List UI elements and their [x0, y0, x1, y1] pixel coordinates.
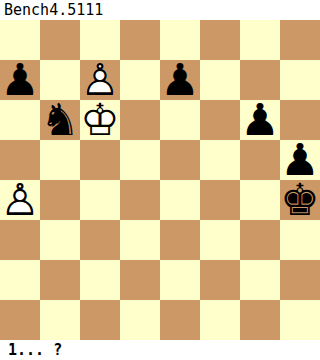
square-e2[interactable] — [160, 260, 200, 300]
square-b5[interactable] — [40, 140, 80, 180]
black-knight: ♞ — [40, 100, 80, 140]
square-b1[interactable] — [40, 300, 80, 340]
square-h5[interactable]: ♟ — [280, 140, 320, 180]
square-f1[interactable] — [200, 300, 240, 340]
square-e5[interactable] — [160, 140, 200, 180]
page-title: Bench4.5111 — [4, 1, 103, 19]
white-king-fill: ♚ — [80, 100, 120, 140]
square-d7[interactable] — [120, 60, 160, 100]
square-h1[interactable] — [280, 300, 320, 340]
square-d2[interactable] — [120, 260, 160, 300]
square-g7[interactable] — [240, 60, 280, 100]
black-pawn: ♟ — [160, 60, 200, 100]
square-a2[interactable] — [0, 260, 40, 300]
square-a6[interactable] — [0, 100, 40, 140]
chess-board: ♟♟♙♟♞♚♔♟♟♟♙♚ — [0, 20, 320, 340]
square-a4[interactable]: ♟♙ — [0, 180, 40, 220]
square-h2[interactable] — [280, 260, 320, 300]
square-c4[interactable] — [80, 180, 120, 220]
square-c8[interactable] — [80, 20, 120, 60]
square-e4[interactable] — [160, 180, 200, 220]
white-pawn: ♙ — [80, 60, 120, 100]
black-king: ♚ — [280, 180, 320, 220]
chess-benchmark-window: Bench4.5111 ♟♟♙♟♞♚♔♟♟♟♙♚ 1... ? — [0, 0, 320, 360]
black-pawn: ♟ — [0, 60, 40, 100]
square-f4[interactable] — [200, 180, 240, 220]
square-h7[interactable] — [280, 60, 320, 100]
square-h3[interactable] — [280, 220, 320, 260]
square-c5[interactable] — [80, 140, 120, 180]
square-f7[interactable] — [200, 60, 240, 100]
square-h8[interactable] — [280, 20, 320, 60]
square-b3[interactable] — [40, 220, 80, 260]
square-a8[interactable] — [0, 20, 40, 60]
square-b6[interactable]: ♞ — [40, 100, 80, 140]
square-h6[interactable] — [280, 100, 320, 140]
square-b8[interactable] — [40, 20, 80, 60]
square-a5[interactable] — [0, 140, 40, 180]
square-b2[interactable] — [40, 260, 80, 300]
square-g6[interactable]: ♟ — [240, 100, 280, 140]
move-prompt: 1... ? — [8, 341, 62, 359]
square-a1[interactable] — [0, 300, 40, 340]
square-e7[interactable]: ♟ — [160, 60, 200, 100]
square-c6[interactable]: ♚♔ — [80, 100, 120, 140]
square-c2[interactable] — [80, 260, 120, 300]
square-e8[interactable] — [160, 20, 200, 60]
square-d3[interactable] — [120, 220, 160, 260]
square-d4[interactable] — [120, 180, 160, 220]
white-pawn-fill: ♟ — [0, 180, 40, 220]
square-d8[interactable] — [120, 20, 160, 60]
white-pawn-fill: ♟ — [80, 60, 120, 100]
black-pawn: ♟ — [280, 140, 320, 180]
header: Bench4.5111 — [0, 0, 320, 20]
square-e3[interactable] — [160, 220, 200, 260]
square-d6[interactable] — [120, 100, 160, 140]
square-f3[interactable] — [200, 220, 240, 260]
square-c7[interactable]: ♟♙ — [80, 60, 120, 100]
square-g3[interactable] — [240, 220, 280, 260]
square-f6[interactable] — [200, 100, 240, 140]
black-pawn: ♟ — [240, 100, 280, 140]
square-b7[interactable] — [40, 60, 80, 100]
square-e1[interactable] — [160, 300, 200, 340]
square-g5[interactable] — [240, 140, 280, 180]
square-g8[interactable] — [240, 20, 280, 60]
square-h4[interactable]: ♚ — [280, 180, 320, 220]
square-f8[interactable] — [200, 20, 240, 60]
square-f2[interactable] — [200, 260, 240, 300]
footer: 1... ? — [0, 340, 320, 360]
square-g4[interactable] — [240, 180, 280, 220]
square-a3[interactable] — [0, 220, 40, 260]
square-d5[interactable] — [120, 140, 160, 180]
white-pawn: ♙ — [0, 180, 40, 220]
square-b4[interactable] — [40, 180, 80, 220]
square-c1[interactable] — [80, 300, 120, 340]
square-a7[interactable]: ♟ — [0, 60, 40, 100]
square-f5[interactable] — [200, 140, 240, 180]
square-g1[interactable] — [240, 300, 280, 340]
square-d1[interactable] — [120, 300, 160, 340]
square-g2[interactable] — [240, 260, 280, 300]
white-king: ♔ — [80, 100, 120, 140]
square-c3[interactable] — [80, 220, 120, 260]
square-e6[interactable] — [160, 100, 200, 140]
